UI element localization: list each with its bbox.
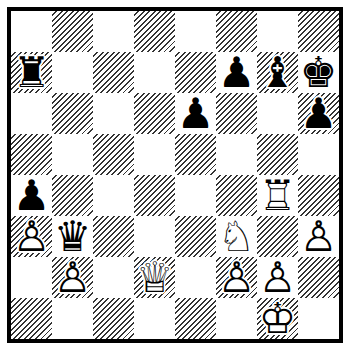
square-c2[interactable] <box>93 257 134 298</box>
square-e2[interactable] <box>175 257 216 298</box>
white-queen-fill-glyph: ♛ <box>134 257 175 298</box>
chess-board: ♜♜♟♟♝♝♚♚♟♟♟♟♟♟♜♖♟♙♛♛♞♘♟♙♟♙♛♕♟♙♟♙♚♔ <box>7 7 343 343</box>
white-rook-piece[interactable]: ♜♖ <box>257 175 298 216</box>
black-bishop-fill-glyph: ♝ <box>257 52 298 93</box>
black-pawn-piece[interactable]: ♟♟ <box>11 175 52 216</box>
square-b8[interactable] <box>52 11 93 52</box>
square-a8[interactable] <box>11 11 52 52</box>
black-pawn-icon: ♟ <box>11 175 52 216</box>
square-b1[interactable] <box>52 298 93 339</box>
square-h3[interactable]: ♟♙ <box>298 216 339 257</box>
square-d8[interactable] <box>134 11 175 52</box>
square-f1[interactable] <box>216 298 257 339</box>
white-pawn-fill-glyph: ♟ <box>52 257 93 298</box>
white-rook-icon: ♖ <box>257 175 298 216</box>
square-b3[interactable]: ♛♛ <box>52 216 93 257</box>
square-h1[interactable] <box>298 298 339 339</box>
square-e6[interactable]: ♟♟ <box>175 93 216 134</box>
square-h6[interactable]: ♟♟ <box>298 93 339 134</box>
white-king-piece[interactable]: ♚♔ <box>257 298 298 339</box>
square-d2[interactable]: ♛♕ <box>134 257 175 298</box>
white-pawn-fill-glyph: ♟ <box>257 257 298 298</box>
black-pawn-piece[interactable]: ♟♟ <box>216 52 257 93</box>
black-pawn-icon: ♟ <box>298 93 339 134</box>
square-e7[interactable] <box>175 52 216 93</box>
square-a2[interactable] <box>11 257 52 298</box>
square-d4[interactable] <box>134 175 175 216</box>
white-pawn-piece[interactable]: ♟♙ <box>216 257 257 298</box>
square-d6[interactable] <box>134 93 175 134</box>
square-a6[interactable] <box>11 93 52 134</box>
black-queen-icon: ♛ <box>52 216 93 257</box>
white-pawn-fill-glyph: ♟ <box>298 216 339 257</box>
white-knight-piece[interactable]: ♞♘ <box>216 216 257 257</box>
square-a5[interactable] <box>11 134 52 175</box>
square-d3[interactable] <box>134 216 175 257</box>
square-f4[interactable] <box>216 175 257 216</box>
black-pawn-icon: ♟ <box>216 52 257 93</box>
black-bishop-piece[interactable]: ♝♝ <box>257 52 298 93</box>
square-c8[interactable] <box>93 11 134 52</box>
square-h2[interactable] <box>298 257 339 298</box>
white-pawn-icon: ♙ <box>216 257 257 298</box>
square-b4[interactable] <box>52 175 93 216</box>
white-pawn-icon: ♙ <box>298 216 339 257</box>
square-e8[interactable] <box>175 11 216 52</box>
black-pawn-piece[interactable]: ♟♟ <box>298 93 339 134</box>
black-king-fill-glyph: ♚ <box>298 52 339 93</box>
square-b5[interactable] <box>52 134 93 175</box>
square-g5[interactable] <box>257 134 298 175</box>
white-pawn-piece[interactable]: ♟♙ <box>298 216 339 257</box>
black-pawn-fill-glyph: ♟ <box>11 175 52 216</box>
white-king-icon: ♔ <box>257 298 298 339</box>
white-queen-icon: ♕ <box>134 257 175 298</box>
black-pawn-fill-glyph: ♟ <box>175 93 216 134</box>
square-f2[interactable]: ♟♙ <box>216 257 257 298</box>
square-g7[interactable]: ♝♝ <box>257 52 298 93</box>
square-c6[interactable] <box>93 93 134 134</box>
square-f7[interactable]: ♟♟ <box>216 52 257 93</box>
square-f8[interactable] <box>216 11 257 52</box>
square-e3[interactable] <box>175 216 216 257</box>
square-c1[interactable] <box>93 298 134 339</box>
square-d7[interactable] <box>134 52 175 93</box>
white-pawn-icon: ♙ <box>52 257 93 298</box>
square-f3[interactable]: ♞♘ <box>216 216 257 257</box>
white-pawn-icon: ♙ <box>257 257 298 298</box>
chess-diagram-page: { "game": "chess", "position": { "fen_bo… <box>0 0 350 350</box>
square-h7[interactable]: ♚♚ <box>298 52 339 93</box>
white-pawn-icon: ♙ <box>11 216 52 257</box>
black-king-icon: ♚ <box>298 52 339 93</box>
black-king-piece[interactable]: ♚♚ <box>298 52 339 93</box>
square-a1[interactable] <box>11 298 52 339</box>
black-pawn-piece[interactable]: ♟♟ <box>175 93 216 134</box>
square-g8[interactable] <box>257 11 298 52</box>
square-e4[interactable] <box>175 175 216 216</box>
square-c5[interactable] <box>93 134 134 175</box>
square-b6[interactable] <box>52 93 93 134</box>
square-g4[interactable]: ♜♖ <box>257 175 298 216</box>
square-g2[interactable]: ♟♙ <box>257 257 298 298</box>
square-c4[interactable] <box>93 175 134 216</box>
white-pawn-piece[interactable]: ♟♙ <box>52 257 93 298</box>
black-bishop-icon: ♝ <box>257 52 298 93</box>
square-g1[interactable]: ♚♔ <box>257 298 298 339</box>
square-e5[interactable] <box>175 134 216 175</box>
black-queen-fill-glyph: ♛ <box>52 216 93 257</box>
square-g6[interactable] <box>257 93 298 134</box>
square-c7[interactable] <box>93 52 134 93</box>
white-pawn-fill-glyph: ♟ <box>216 257 257 298</box>
white-queen-piece[interactable]: ♛♕ <box>134 257 175 298</box>
black-rook-piece[interactable]: ♜♜ <box>11 52 52 93</box>
black-rook-fill-glyph: ♜ <box>11 52 52 93</box>
white-pawn-piece[interactable]: ♟♙ <box>257 257 298 298</box>
white-king-fill-glyph: ♚ <box>257 298 298 339</box>
white-pawn-piece[interactable]: ♟♙ <box>11 216 52 257</box>
square-e1[interactable] <box>175 298 216 339</box>
square-h4[interactable] <box>298 175 339 216</box>
square-f6[interactable] <box>216 93 257 134</box>
white-knight-fill-glyph: ♞ <box>216 216 257 257</box>
square-b7[interactable] <box>52 52 93 93</box>
white-pawn-fill-glyph: ♟ <box>11 216 52 257</box>
square-d1[interactable] <box>134 298 175 339</box>
square-h5[interactable] <box>298 134 339 175</box>
square-a7[interactable]: ♜♜ <box>11 52 52 93</box>
square-f5[interactable] <box>216 134 257 175</box>
square-g3[interactable] <box>257 216 298 257</box>
black-queen-piece[interactable]: ♛♛ <box>52 216 93 257</box>
square-a4[interactable]: ♟♟ <box>11 175 52 216</box>
square-d5[interactable] <box>134 134 175 175</box>
square-a3[interactable]: ♟♙ <box>11 216 52 257</box>
white-rook-fill-glyph: ♜ <box>257 175 298 216</box>
white-knight-icon: ♘ <box>216 216 257 257</box>
square-b2[interactable]: ♟♙ <box>52 257 93 298</box>
black-rook-icon: ♜ <box>11 52 52 93</box>
black-pawn-icon: ♟ <box>175 93 216 134</box>
square-c3[interactable] <box>93 216 134 257</box>
square-h8[interactable] <box>298 11 339 52</box>
black-pawn-fill-glyph: ♟ <box>298 93 339 134</box>
black-pawn-fill-glyph: ♟ <box>216 52 257 93</box>
chess-board-frame: ♜♜♟♟♝♝♚♚♟♟♟♟♟♟♜♖♟♙♛♛♞♘♟♙♟♙♛♕♟♙♟♙♚♔ <box>7 7 343 343</box>
